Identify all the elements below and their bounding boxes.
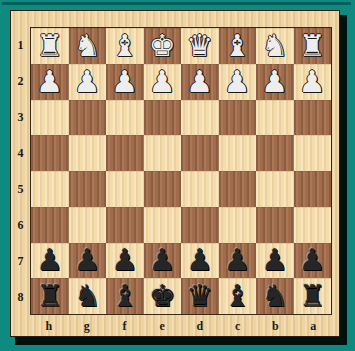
square-d5[interactable] [181,171,219,207]
white-bishop[interactable]: ♝ [111,31,138,61]
square-b6[interactable] [256,207,294,243]
black-rook[interactable]: ♜ [36,281,63,311]
square-e4[interactable] [144,135,182,171]
square-a3[interactable] [294,100,332,136]
square-e2[interactable]: ♟ [144,64,182,100]
white-knight[interactable]: ♞ [261,31,288,61]
square-f5[interactable] [106,171,144,207]
rank-labels-column: 12345678 [11,27,30,315]
white-rook[interactable]: ♜ [299,31,326,61]
square-d1[interactable]: ♛ [181,28,219,64]
black-pawn[interactable]: ♟ [111,245,138,275]
square-g8[interactable]: ♞ [69,278,107,314]
rank-label-8: 8 [11,279,30,315]
file-label-f: f [106,315,144,337]
file-label-g: g [68,315,106,337]
file-label-h: h [30,315,68,337]
white-pawn[interactable]: ♟ [261,67,288,97]
square-b5[interactable] [256,171,294,207]
square-d3[interactable] [181,100,219,136]
square-g7[interactable]: ♟ [69,243,107,279]
square-f4[interactable] [106,135,144,171]
square-f6[interactable] [106,207,144,243]
square-c3[interactable] [219,100,257,136]
square-a6[interactable] [294,207,332,243]
desktop-background: 12345678 hgfedcba ♜♞♝♚♛♝♞♜♟♟♟♟♟♟♟♟♟♟♟♟♟♟… [0,0,355,351]
square-a5[interactable] [294,171,332,207]
file-label-c: c [219,315,257,337]
white-pawn[interactable]: ♟ [186,67,213,97]
square-h3[interactable] [31,100,69,136]
square-f2[interactable]: ♟ [106,64,144,100]
black-king[interactable]: ♚ [149,281,176,311]
square-e6[interactable] [144,207,182,243]
white-queen[interactable]: ♛ [186,31,213,61]
square-b7[interactable]: ♟ [256,243,294,279]
square-h4[interactable] [31,135,69,171]
black-pawn[interactable]: ♟ [224,245,251,275]
square-h8[interactable]: ♜ [31,278,69,314]
window-edge-line [2,2,351,5]
rank-label-1: 1 [11,27,30,63]
square-b4[interactable] [256,135,294,171]
black-pawn[interactable]: ♟ [261,245,288,275]
white-pawn[interactable]: ♟ [36,67,63,97]
square-g2[interactable]: ♟ [69,64,107,100]
square-d4[interactable] [181,135,219,171]
square-h1[interactable]: ♜ [31,28,69,64]
square-a4[interactable] [294,135,332,171]
black-pawn[interactable]: ♟ [299,245,326,275]
square-a2[interactable]: ♟ [294,64,332,100]
square-a1[interactable]: ♜ [294,28,332,64]
black-queen[interactable]: ♛ [186,281,213,311]
file-label-d: d [181,315,219,337]
black-knight[interactable]: ♞ [74,281,101,311]
black-pawn[interactable]: ♟ [74,245,101,275]
square-h5[interactable] [31,171,69,207]
white-pawn[interactable]: ♟ [224,67,251,97]
square-c7[interactable]: ♟ [219,243,257,279]
square-f7[interactable]: ♟ [106,243,144,279]
square-d6[interactable] [181,207,219,243]
square-h2[interactable]: ♟ [31,64,69,100]
square-e3[interactable] [144,100,182,136]
black-bishop[interactable]: ♝ [111,281,138,311]
square-f3[interactable] [106,100,144,136]
white-pawn[interactable]: ♟ [111,67,138,97]
square-g6[interactable] [69,207,107,243]
square-d8[interactable]: ♛ [181,278,219,314]
square-d7[interactable]: ♟ [181,243,219,279]
square-h6[interactable] [31,207,69,243]
square-a7[interactable]: ♟ [294,243,332,279]
black-pawn[interactable]: ♟ [36,245,63,275]
rank-label-5: 5 [11,171,30,207]
white-bishop[interactable]: ♝ [224,31,251,61]
white-pawn[interactable]: ♟ [74,67,101,97]
square-a8[interactable]: ♜ [294,278,332,314]
square-b1[interactable]: ♞ [256,28,294,64]
square-c8[interactable]: ♝ [219,278,257,314]
white-pawn[interactable]: ♟ [299,67,326,97]
square-e5[interactable] [144,171,182,207]
rank-label-2: 2 [11,63,30,99]
file-label-a: a [294,315,332,337]
square-d2[interactable]: ♟ [181,64,219,100]
rank-label-7: 7 [11,243,30,279]
file-labels-row: hgfedcba [30,315,332,337]
square-g4[interactable] [69,135,107,171]
square-h7[interactable]: ♟ [31,243,69,279]
black-knight[interactable]: ♞ [261,281,288,311]
rank-label-3: 3 [11,99,30,135]
black-pawn[interactable]: ♟ [186,245,213,275]
square-e7[interactable]: ♟ [144,243,182,279]
white-king[interactable]: ♚ [149,31,176,61]
square-f8[interactable]: ♝ [106,278,144,314]
black-rook[interactable]: ♜ [299,281,326,311]
file-label-b: b [257,315,295,337]
square-e1[interactable]: ♚ [144,28,182,64]
chess-board: 12345678 hgfedcba ♜♞♝♚♛♝♞♜♟♟♟♟♟♟♟♟♟♟♟♟♟♟… [10,10,340,337]
white-rook[interactable]: ♜ [36,31,63,61]
square-g3[interactable] [69,100,107,136]
square-c1[interactable]: ♝ [219,28,257,64]
rank-label-6: 6 [11,207,30,243]
square-c2[interactable]: ♟ [219,64,257,100]
black-bishop[interactable]: ♝ [224,281,251,311]
square-g5[interactable] [69,171,107,207]
white-pawn[interactable]: ♟ [149,67,176,97]
square-b2[interactable]: ♟ [256,64,294,100]
black-pawn[interactable]: ♟ [149,245,176,275]
square-g1[interactable]: ♞ [69,28,107,64]
square-c6[interactable] [219,207,257,243]
square-f1[interactable]: ♝ [106,28,144,64]
square-c5[interactable] [219,171,257,207]
rank-label-4: 4 [11,135,30,171]
square-e8[interactable]: ♚ [144,278,182,314]
square-b3[interactable] [256,100,294,136]
file-label-e: e [143,315,181,337]
square-c4[interactable] [219,135,257,171]
board-grid: ♜♞♝♚♛♝♞♜♟♟♟♟♟♟♟♟♟♟♟♟♟♟♟♟♜♞♝♚♛♝♞♜ [30,27,332,315]
square-b8[interactable]: ♞ [256,278,294,314]
white-knight[interactable]: ♞ [74,31,101,61]
